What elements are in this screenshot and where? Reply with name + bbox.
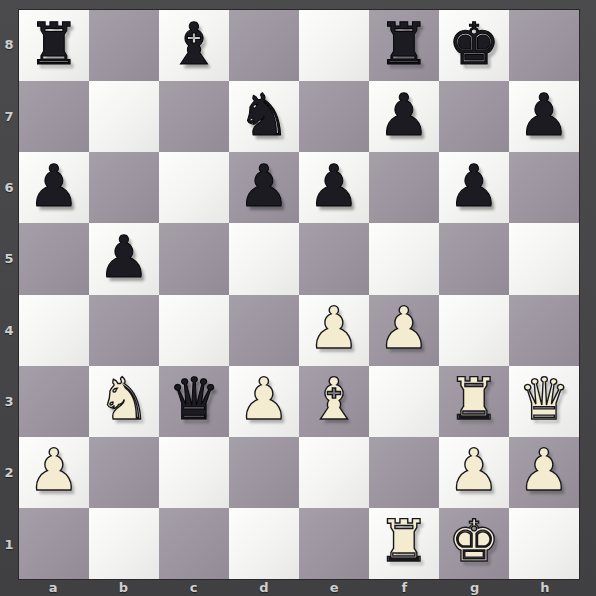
square-g4[interactable] (439, 295, 509, 366)
black-pawn[interactable]: ♟ (448, 157, 500, 215)
square-g8[interactable]: ♚ (439, 10, 509, 81)
square-f8[interactable]: ♜ (369, 10, 439, 81)
square-b5[interactable]: ♟ (89, 223, 159, 294)
rank-label-5: 5 (0, 223, 18, 294)
black-pawn[interactable]: ♟ (308, 157, 360, 215)
black-pawn[interactable]: ♟ (28, 157, 80, 215)
file-label-e: e (299, 579, 369, 596)
white-bishop[interactable]: ♝ (308, 370, 360, 428)
square-b2[interactable] (89, 437, 159, 508)
square-e2[interactable] (299, 437, 369, 508)
rank-label-7: 7 (0, 80, 18, 151)
black-pawn[interactable]: ♟ (98, 228, 150, 286)
square-f7[interactable]: ♟ (369, 81, 439, 152)
rank-label-6: 6 (0, 152, 18, 223)
file-label-g: g (440, 579, 510, 596)
square-c4[interactable] (159, 295, 229, 366)
square-a5[interactable] (19, 223, 89, 294)
square-e7[interactable] (299, 81, 369, 152)
square-h1[interactable] (509, 508, 579, 579)
square-c8[interactable]: ♝ (159, 10, 229, 81)
white-pawn[interactable]: ♟ (308, 299, 360, 357)
black-pawn[interactable]: ♟ (238, 157, 290, 215)
square-f2[interactable] (369, 437, 439, 508)
white-pawn[interactable]: ♟ (28, 441, 80, 499)
board-frame: 87654321 ♜♝♜♚♞♟♟♟♟♟♟♟♟♟♞♛♟♝♜♛♟♟♟♜♚ abcde… (0, 0, 596, 596)
file-label-f: f (369, 579, 439, 596)
square-g6[interactable]: ♟ (439, 152, 509, 223)
rank-label-2: 2 (0, 437, 18, 508)
square-e3[interactable]: ♝ (299, 366, 369, 437)
square-b8[interactable] (89, 10, 159, 81)
file-label-d: d (229, 579, 299, 596)
chess-board: ♜♝♜♚♞♟♟♟♟♟♟♟♟♟♞♛♟♝♜♛♟♟♟♜♚ (18, 9, 580, 580)
square-d4[interactable] (229, 295, 299, 366)
square-f4[interactable]: ♟ (369, 295, 439, 366)
square-e4[interactable]: ♟ (299, 295, 369, 366)
file-label-c: c (159, 579, 229, 596)
square-d7[interactable]: ♞ (229, 81, 299, 152)
square-g2[interactable]: ♟ (439, 437, 509, 508)
rank-label-4: 4 (0, 295, 18, 366)
square-a6[interactable]: ♟ (19, 152, 89, 223)
rank-label-1: 1 (0, 509, 18, 580)
square-a3[interactable] (19, 366, 89, 437)
square-h6[interactable] (509, 152, 579, 223)
white-pawn[interactable]: ♟ (448, 441, 500, 499)
square-c7[interactable] (159, 81, 229, 152)
square-f3[interactable] (369, 366, 439, 437)
square-c3[interactable]: ♛ (159, 366, 229, 437)
square-d5[interactable] (229, 223, 299, 294)
square-f6[interactable] (369, 152, 439, 223)
square-b1[interactable] (89, 508, 159, 579)
white-knight[interactable]: ♞ (98, 370, 150, 428)
square-h5[interactable] (509, 223, 579, 294)
square-b4[interactable] (89, 295, 159, 366)
square-d6[interactable]: ♟ (229, 152, 299, 223)
square-e5[interactable] (299, 223, 369, 294)
white-pawn[interactable]: ♟ (378, 299, 430, 357)
black-knight[interactable]: ♞ (238, 86, 290, 144)
file-label-h: h (510, 579, 580, 596)
black-pawn[interactable]: ♟ (378, 86, 430, 144)
square-f5[interactable] (369, 223, 439, 294)
white-king[interactable]: ♚ (448, 512, 500, 570)
square-d8[interactable] (229, 10, 299, 81)
square-a4[interactable] (19, 295, 89, 366)
square-b6[interactable] (89, 152, 159, 223)
square-c1[interactable] (159, 508, 229, 579)
file-label-a: a (18, 579, 88, 596)
square-h7[interactable]: ♟ (509, 81, 579, 152)
square-d2[interactable] (229, 437, 299, 508)
square-a8[interactable]: ♜ (19, 10, 89, 81)
square-h2[interactable]: ♟ (509, 437, 579, 508)
square-a2[interactable]: ♟ (19, 437, 89, 508)
square-b7[interactable] (89, 81, 159, 152)
white-pawn[interactable]: ♟ (518, 441, 570, 499)
square-g5[interactable] (439, 223, 509, 294)
square-d1[interactable] (229, 508, 299, 579)
square-f1[interactable]: ♜ (369, 508, 439, 579)
white-queen[interactable]: ♛ (518, 370, 570, 428)
square-e1[interactable] (299, 508, 369, 579)
file-label-b: b (88, 579, 158, 596)
square-g1[interactable]: ♚ (439, 508, 509, 579)
file-labels: abcdefgh (18, 579, 580, 596)
square-a1[interactable] (19, 508, 89, 579)
square-h8[interactable] (509, 10, 579, 81)
square-c2[interactable] (159, 437, 229, 508)
square-d3[interactable]: ♟ (229, 366, 299, 437)
square-h3[interactable]: ♛ (509, 366, 579, 437)
black-bishop[interactable]: ♝ (168, 15, 220, 73)
black-rook[interactable]: ♜ (28, 15, 80, 73)
rank-label-3: 3 (0, 366, 18, 437)
rank-labels: 87654321 (0, 9, 18, 580)
white-rook[interactable]: ♜ (448, 370, 500, 428)
square-a7[interactable] (19, 81, 89, 152)
black-pawn[interactable]: ♟ (518, 86, 570, 144)
black-rook[interactable]: ♜ (378, 15, 430, 73)
white-rook[interactable]: ♜ (378, 512, 430, 570)
black-queen[interactable]: ♛ (168, 370, 220, 428)
square-g3[interactable]: ♜ (439, 366, 509, 437)
square-c6[interactable] (159, 152, 229, 223)
square-h4[interactable] (509, 295, 579, 366)
black-king[interactable]: ♚ (448, 15, 500, 73)
square-g7[interactable] (439, 81, 509, 152)
square-c5[interactable] (159, 223, 229, 294)
square-e8[interactable] (299, 10, 369, 81)
white-pawn[interactable]: ♟ (238, 370, 290, 428)
rank-label-8: 8 (0, 9, 18, 80)
square-b3[interactable]: ♞ (89, 366, 159, 437)
square-e6[interactable]: ♟ (299, 152, 369, 223)
